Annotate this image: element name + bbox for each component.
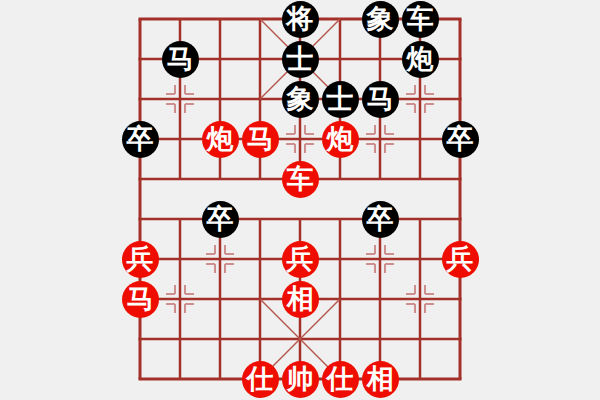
- piece-black-horse[interactable]: 马: [362, 81, 399, 118]
- board-point-5-8: 相: [280, 279, 320, 319]
- piece-black-cannon[interactable]: 炮: [402, 41, 439, 78]
- piece-red-elephant[interactable]: 相: [362, 361, 399, 398]
- piece-red-elephant[interactable]: 相: [282, 281, 319, 318]
- board-point-7-3: 马: [360, 79, 400, 119]
- board-point-7-10: 相: [360, 359, 400, 399]
- board-point-7-1: 象: [360, 0, 400, 39]
- board-point-9-7: 兵: [440, 239, 480, 279]
- board-point-9-4: 卒: [440, 119, 480, 159]
- piece-red-king[interactable]: 帅: [282, 361, 319, 398]
- board-point-6-10: 仕: [320, 359, 360, 399]
- board-point-3-6: 卒: [200, 199, 240, 239]
- board-point-5-10: 帅: [280, 359, 320, 399]
- piece-black-advisor[interactable]: 士: [322, 81, 359, 118]
- piece-red-advisor[interactable]: 仕: [242, 361, 279, 398]
- piece-black-pawn[interactable]: 卒: [202, 201, 239, 238]
- board-point-5-1: 将: [280, 0, 320, 39]
- piece-black-elephant[interactable]: 象: [362, 1, 399, 38]
- board-point-7-6: 卒: [360, 199, 400, 239]
- piece-red-cannon[interactable]: 炮: [322, 121, 359, 158]
- board-point-3-4: 炮: [200, 119, 240, 159]
- piece-black-general[interactable]: 将: [282, 1, 319, 38]
- piece-red-horse[interactable]: 马: [242, 121, 279, 158]
- piece-red-pawn[interactable]: 兵: [122, 241, 159, 278]
- piece-black-pawn[interactable]: 卒: [362, 201, 399, 238]
- board-point-1-4: 卒: [120, 119, 160, 159]
- board-point-8-1: 车: [400, 0, 440, 39]
- piece-red-horse[interactable]: 马: [122, 281, 159, 318]
- board-point-1-8: 马: [120, 279, 160, 319]
- board-point-5-2: 士: [280, 39, 320, 79]
- pieces-layer: 将象车马士炮象士马卒卒卒卒炮马炮车兵兵兵马相仕帅仕相: [120, 0, 480, 399]
- piece-black-pawn[interactable]: 卒: [442, 121, 479, 158]
- board-point-4-4: 马: [240, 119, 280, 159]
- piece-red-cannon[interactable]: 炮: [202, 121, 239, 158]
- piece-red-pawn[interactable]: 兵: [282, 241, 319, 278]
- piece-red-chariot[interactable]: 车: [282, 161, 319, 198]
- board-point-5-3: 象: [280, 79, 320, 119]
- board-point-6-3: 士: [320, 79, 360, 119]
- piece-black-chariot[interactable]: 车: [402, 1, 439, 38]
- board-point-1-7: 兵: [120, 239, 160, 279]
- board-point-6-4: 炮: [320, 119, 360, 159]
- board-point-8-2: 炮: [400, 39, 440, 79]
- piece-red-pawn[interactable]: 兵: [442, 241, 479, 278]
- xiangqi-board: 将象车马士炮象士马卒卒卒卒炮马炮车兵兵兵马相仕帅仕相: [0, 0, 600, 400]
- piece-black-elephant[interactable]: 象: [282, 81, 319, 118]
- board-point-5-7: 兵: [280, 239, 320, 279]
- piece-black-advisor[interactable]: 士: [282, 41, 319, 78]
- board-point-4-10: 仕: [240, 359, 280, 399]
- board-point-5-5: 车: [280, 159, 320, 199]
- piece-black-horse[interactable]: 马: [162, 41, 199, 78]
- piece-black-pawn[interactable]: 卒: [122, 121, 159, 158]
- board-point-2-2: 马: [160, 39, 200, 79]
- piece-red-advisor[interactable]: 仕: [322, 361, 359, 398]
